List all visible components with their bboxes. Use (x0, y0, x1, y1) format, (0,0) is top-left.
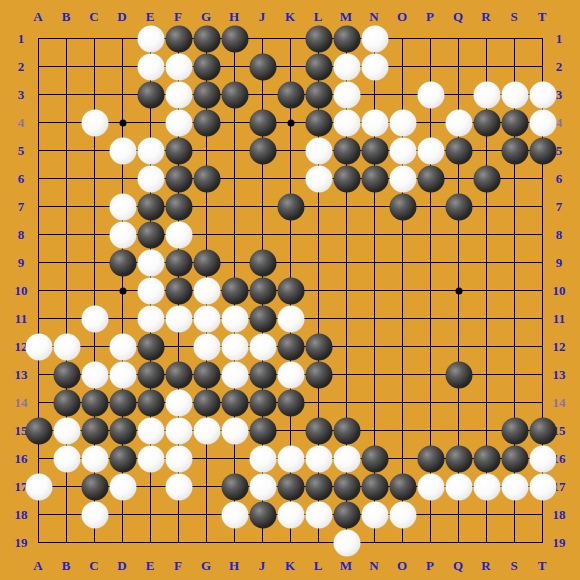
black-stone (249, 501, 276, 528)
white-stone (165, 53, 192, 80)
black-stone (389, 193, 416, 220)
row-label-right: 13 (553, 368, 566, 381)
row-label-right: 7 (556, 200, 563, 213)
column-label-bottom: L (314, 559, 323, 572)
column-label-bottom: E (146, 559, 155, 572)
star-point (287, 119, 294, 126)
white-stone (165, 305, 192, 332)
black-stone (137, 361, 164, 388)
white-stone (333, 81, 360, 108)
black-stone (165, 25, 192, 52)
white-stone (109, 473, 136, 500)
black-stone (361, 445, 388, 472)
column-label-top: S (510, 10, 517, 23)
star-point (119, 287, 126, 294)
black-stone (221, 25, 248, 52)
black-stone (165, 193, 192, 220)
column-label-bottom: H (229, 559, 239, 572)
white-stone (333, 445, 360, 472)
black-stone (305, 53, 332, 80)
black-stone (529, 137, 556, 164)
white-stone (529, 81, 556, 108)
black-stone (417, 445, 444, 472)
white-stone (81, 361, 108, 388)
column-label-bottom: C (89, 559, 98, 572)
black-stone (193, 81, 220, 108)
white-stone (53, 333, 80, 360)
white-stone (165, 221, 192, 248)
column-label-top: A (33, 10, 42, 23)
white-stone (81, 445, 108, 472)
black-stone (333, 25, 360, 52)
black-stone (137, 193, 164, 220)
white-stone (445, 473, 472, 500)
black-stone (137, 81, 164, 108)
white-stone (529, 473, 556, 500)
white-stone (109, 333, 136, 360)
black-stone (333, 137, 360, 164)
column-label-bottom: S (510, 559, 517, 572)
black-stone (193, 249, 220, 276)
column-label-top: M (340, 10, 352, 23)
black-stone (305, 333, 332, 360)
white-stone (165, 81, 192, 108)
white-stone (249, 445, 276, 472)
black-stone (137, 333, 164, 360)
black-stone (277, 389, 304, 416)
black-stone (165, 249, 192, 276)
black-stone (109, 249, 136, 276)
white-stone (305, 165, 332, 192)
white-stone (25, 473, 52, 500)
black-stone (305, 417, 332, 444)
white-stone (137, 53, 164, 80)
white-stone (221, 501, 248, 528)
row-label-right: 14 (553, 396, 566, 409)
white-stone (389, 165, 416, 192)
black-stone (333, 501, 360, 528)
black-stone (249, 109, 276, 136)
row-label-left: 1 (18, 32, 25, 45)
white-stone (305, 501, 332, 528)
white-stone (221, 361, 248, 388)
black-stone (193, 25, 220, 52)
column-label-bottom: F (174, 559, 182, 572)
black-stone (221, 389, 248, 416)
black-stone (277, 81, 304, 108)
black-stone (249, 305, 276, 332)
column-label-bottom: D (117, 559, 126, 572)
column-label-bottom: R (481, 559, 490, 572)
column-label-top: T (538, 10, 547, 23)
white-stone (333, 529, 360, 556)
black-stone (417, 165, 444, 192)
white-stone (81, 109, 108, 136)
white-stone (277, 361, 304, 388)
row-label-right: 10 (553, 284, 566, 297)
white-stone (501, 81, 528, 108)
row-label-left: 10 (15, 284, 28, 297)
white-stone (109, 221, 136, 248)
white-stone (137, 249, 164, 276)
white-stone (501, 473, 528, 500)
black-stone (249, 137, 276, 164)
star-point (119, 119, 126, 126)
black-stone (333, 165, 360, 192)
black-stone (361, 137, 388, 164)
row-label-left: 18 (15, 508, 28, 521)
black-stone (501, 109, 528, 136)
black-stone (389, 473, 416, 500)
white-stone (473, 473, 500, 500)
white-stone (109, 193, 136, 220)
row-label-left: 6 (18, 172, 25, 185)
white-stone (193, 305, 220, 332)
black-stone (277, 333, 304, 360)
white-stone (81, 501, 108, 528)
white-stone (137, 165, 164, 192)
white-stone (193, 277, 220, 304)
black-stone (305, 81, 332, 108)
row-label-left: 7 (18, 200, 25, 213)
white-stone (361, 25, 388, 52)
black-stone (53, 389, 80, 416)
black-stone (193, 389, 220, 416)
black-stone (501, 445, 528, 472)
white-stone (389, 109, 416, 136)
white-stone (361, 53, 388, 80)
black-stone (473, 445, 500, 472)
white-stone (277, 305, 304, 332)
white-stone (249, 333, 276, 360)
row-label-right: 3 (556, 88, 563, 101)
row-label-right: 1 (556, 32, 563, 45)
column-label-top: O (397, 10, 407, 23)
white-stone (137, 445, 164, 472)
row-label-left: 2 (18, 60, 25, 73)
column-label-top: H (229, 10, 239, 23)
white-stone (165, 445, 192, 472)
column-label-top: G (201, 10, 211, 23)
black-stone (277, 473, 304, 500)
star-point (455, 287, 462, 294)
column-label-bottom: K (285, 559, 295, 572)
go-board[interactable]: AABBCCDDEEFFGGHHJJKKLLMMNNOOPPQQRRSSTT11… (0, 0, 580, 580)
white-stone (137, 417, 164, 444)
white-stone (249, 473, 276, 500)
black-stone (445, 361, 472, 388)
black-stone (305, 25, 332, 52)
black-stone (473, 109, 500, 136)
white-stone (109, 361, 136, 388)
row-label-left: 3 (18, 88, 25, 101)
row-label-right: 12 (553, 340, 566, 353)
white-stone (277, 501, 304, 528)
black-stone (445, 445, 472, 472)
white-stone (81, 305, 108, 332)
white-stone (389, 137, 416, 164)
row-label-right: 6 (556, 172, 563, 185)
column-label-top: R (481, 10, 490, 23)
row-label-right: 2 (556, 60, 563, 73)
black-stone (501, 417, 528, 444)
column-label-top: D (117, 10, 126, 23)
black-stone (305, 473, 332, 500)
white-stone (137, 305, 164, 332)
black-stone (193, 109, 220, 136)
white-stone (417, 137, 444, 164)
row-label-right: 9 (556, 256, 563, 269)
white-stone (137, 25, 164, 52)
white-stone (417, 81, 444, 108)
row-label-left: 19 (15, 536, 28, 549)
column-label-bottom: O (397, 559, 407, 572)
black-stone (53, 361, 80, 388)
white-stone (389, 501, 416, 528)
white-stone (137, 137, 164, 164)
row-label-right: 4 (556, 116, 563, 129)
white-stone (445, 109, 472, 136)
white-stone (529, 445, 556, 472)
column-label-bottom: Q (453, 559, 463, 572)
white-stone (529, 109, 556, 136)
row-label-left: 5 (18, 144, 25, 157)
white-stone (305, 137, 332, 164)
column-label-bottom: T (538, 559, 547, 572)
column-label-bottom: B (62, 559, 71, 572)
column-label-bottom: J (259, 559, 266, 572)
black-stone (165, 361, 192, 388)
column-label-top: L (314, 10, 323, 23)
black-stone (81, 389, 108, 416)
white-stone (473, 81, 500, 108)
column-label-top: C (89, 10, 98, 23)
column-label-bottom: N (369, 559, 378, 572)
row-label-left: 13 (15, 368, 28, 381)
black-stone (221, 277, 248, 304)
black-stone (193, 361, 220, 388)
row-label-right: 11 (553, 312, 565, 325)
column-label-top: N (369, 10, 378, 23)
row-label-right: 8 (556, 228, 563, 241)
row-label-left: 8 (18, 228, 25, 241)
column-label-top: B (62, 10, 71, 23)
row-label-right: 5 (556, 144, 563, 157)
row-label-right: 18 (553, 508, 566, 521)
white-stone (277, 445, 304, 472)
white-stone (165, 417, 192, 444)
black-stone (221, 81, 248, 108)
column-label-top: P (426, 10, 434, 23)
white-stone (165, 109, 192, 136)
white-stone (221, 333, 248, 360)
black-stone (445, 193, 472, 220)
row-label-left: 9 (18, 256, 25, 269)
black-stone (249, 53, 276, 80)
black-stone (249, 249, 276, 276)
black-stone (81, 417, 108, 444)
black-stone (333, 473, 360, 500)
column-label-bottom: G (201, 559, 211, 572)
black-stone (249, 277, 276, 304)
black-stone (249, 361, 276, 388)
white-stone (361, 109, 388, 136)
row-label-left: 14 (15, 396, 28, 409)
white-stone (361, 501, 388, 528)
black-stone (221, 473, 248, 500)
row-label-right: 19 (553, 536, 566, 549)
white-stone (165, 389, 192, 416)
black-stone (529, 417, 556, 444)
white-stone (417, 473, 444, 500)
black-stone (249, 389, 276, 416)
white-stone (221, 417, 248, 444)
column-label-top: K (285, 10, 295, 23)
white-stone (333, 53, 360, 80)
black-stone (445, 137, 472, 164)
black-stone (81, 473, 108, 500)
column-label-bottom: P (426, 559, 434, 572)
white-stone (53, 445, 80, 472)
black-stone (25, 417, 52, 444)
black-stone (109, 389, 136, 416)
black-stone (193, 53, 220, 80)
white-stone (137, 277, 164, 304)
black-stone (109, 445, 136, 472)
black-stone (305, 361, 332, 388)
black-stone (277, 277, 304, 304)
white-stone (333, 109, 360, 136)
column-label-top: Q (453, 10, 463, 23)
row-label-left: 4 (18, 116, 25, 129)
white-stone (165, 473, 192, 500)
black-stone (473, 165, 500, 192)
white-stone (53, 417, 80, 444)
column-label-bottom: A (33, 559, 42, 572)
column-label-top: E (146, 10, 155, 23)
black-stone (165, 165, 192, 192)
black-stone (249, 417, 276, 444)
white-stone (305, 445, 332, 472)
row-label-left: 16 (15, 452, 28, 465)
black-stone (137, 221, 164, 248)
white-stone (25, 333, 52, 360)
white-stone (193, 333, 220, 360)
white-stone (193, 417, 220, 444)
black-stone (137, 389, 164, 416)
black-stone (361, 473, 388, 500)
black-stone (361, 165, 388, 192)
black-stone (109, 417, 136, 444)
white-stone (109, 137, 136, 164)
column-label-bottom: M (340, 559, 352, 572)
row-label-left: 11 (15, 312, 27, 325)
black-stone (193, 165, 220, 192)
column-label-top: J (259, 10, 266, 23)
black-stone (277, 193, 304, 220)
black-stone (165, 137, 192, 164)
black-stone (501, 137, 528, 164)
black-stone (333, 417, 360, 444)
black-stone (305, 109, 332, 136)
black-stone (165, 277, 192, 304)
white-stone (221, 305, 248, 332)
column-label-top: F (174, 10, 182, 23)
